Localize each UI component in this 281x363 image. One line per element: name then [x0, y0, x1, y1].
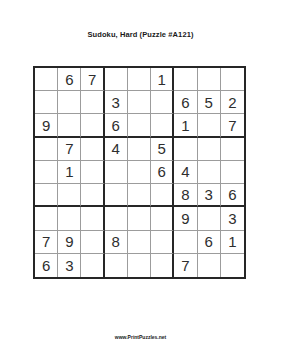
cell-r2c9[interactable]: 2 [221, 91, 244, 114]
page-title: Sudoku, Hard (Puzzle #A121) [0, 30, 281, 39]
cell-r7c4[interactable] [105, 207, 128, 230]
cell-r9c9[interactable] [221, 254, 244, 277]
cell-r1c3[interactable]: 7 [81, 68, 104, 91]
cell-r8c5[interactable] [128, 231, 151, 254]
cell-r4c6[interactable]: 5 [151, 138, 174, 161]
cell-r1c6[interactable]: 1 [151, 68, 174, 91]
cell-r5c7[interactable]: 4 [174, 161, 197, 184]
cell-r4c7[interactable] [174, 138, 197, 161]
cell-r3c9[interactable]: 7 [221, 114, 244, 137]
cell-r9c8[interactable] [198, 254, 221, 277]
cell-r7c6[interactable] [151, 207, 174, 230]
cell-r1c9[interactable] [221, 68, 244, 91]
cell-r4c2[interactable]: 7 [58, 138, 81, 161]
cell-r6c2[interactable] [58, 184, 81, 207]
cell-r8c1[interactable]: 7 [35, 231, 58, 254]
cell-r8c4[interactable]: 8 [105, 231, 128, 254]
footer-url: www.PrintPuzzles.net [0, 334, 281, 340]
cell-r5c2[interactable]: 1 [58, 161, 81, 184]
cell-r6c9[interactable]: 6 [221, 184, 244, 207]
cell-r3c4[interactable]: 6 [105, 114, 128, 137]
cell-r4c8[interactable] [198, 138, 221, 161]
cell-r6c5[interactable] [128, 184, 151, 207]
cell-r5c8[interactable] [198, 161, 221, 184]
cell-r8c2[interactable]: 9 [58, 231, 81, 254]
cell-r8c8[interactable]: 6 [198, 231, 221, 254]
cell-r3c3[interactable] [81, 114, 104, 137]
cell-r7c2[interactable] [58, 207, 81, 230]
cell-r6c1[interactable] [35, 184, 58, 207]
cell-r9c7[interactable]: 7 [174, 254, 197, 277]
cell-r2c1[interactable] [35, 91, 58, 114]
cell-r5c3[interactable] [81, 161, 104, 184]
cell-r7c5[interactable] [128, 207, 151, 230]
cell-r2c2[interactable] [58, 91, 81, 114]
cell-r1c1[interactable] [35, 68, 58, 91]
cell-r1c7[interactable] [174, 68, 197, 91]
cell-r5c1[interactable] [35, 161, 58, 184]
cell-r3c5[interactable] [128, 114, 151, 137]
cell-r2c6[interactable] [151, 91, 174, 114]
cell-r6c3[interactable] [81, 184, 104, 207]
cell-r3c1[interactable]: 9 [35, 114, 58, 137]
cell-r6c6[interactable] [151, 184, 174, 207]
cell-r3c8[interactable] [198, 114, 221, 137]
sudoku-board: 671365296177451648369379861637 [33, 66, 246, 279]
cell-r4c1[interactable] [35, 138, 58, 161]
cell-r1c8[interactable] [198, 68, 221, 91]
cell-r5c6[interactable]: 6 [151, 161, 174, 184]
cell-r2c5[interactable] [128, 91, 151, 114]
cell-r3c2[interactable] [58, 114, 81, 137]
cell-r7c7[interactable]: 9 [174, 207, 197, 230]
cell-r7c1[interactable] [35, 207, 58, 230]
cell-r9c2[interactable]: 3 [58, 254, 81, 277]
cell-r3c7[interactable]: 1 [174, 114, 197, 137]
cell-r2c7[interactable]: 6 [174, 91, 197, 114]
cell-r7c9[interactable]: 3 [221, 207, 244, 230]
cell-r5c4[interactable] [105, 161, 128, 184]
cell-r4c9[interactable] [221, 138, 244, 161]
cell-r3c6[interactable] [151, 114, 174, 137]
cell-r5c9[interactable] [221, 161, 244, 184]
cell-r2c8[interactable]: 5 [198, 91, 221, 114]
cell-r6c4[interactable] [105, 184, 128, 207]
cell-r2c3[interactable] [81, 91, 104, 114]
cell-r9c3[interactable] [81, 254, 104, 277]
cell-r8c7[interactable] [174, 231, 197, 254]
cell-r2c4[interactable]: 3 [105, 91, 128, 114]
cell-r9c4[interactable] [105, 254, 128, 277]
cell-r8c3[interactable] [81, 231, 104, 254]
cell-r6c8[interactable]: 3 [198, 184, 221, 207]
cell-r1c2[interactable]: 6 [58, 68, 81, 91]
cell-r4c3[interactable] [81, 138, 104, 161]
cell-r4c4[interactable]: 4 [105, 138, 128, 161]
cell-r1c4[interactable] [105, 68, 128, 91]
cell-r4c5[interactable] [128, 138, 151, 161]
cell-r5c5[interactable] [128, 161, 151, 184]
cell-r7c3[interactable] [81, 207, 104, 230]
cell-r8c6[interactable] [151, 231, 174, 254]
cell-r6c7[interactable]: 8 [174, 184, 197, 207]
cell-r7c8[interactable] [198, 207, 221, 230]
cell-r9c1[interactable]: 6 [35, 254, 58, 277]
cell-r8c9[interactable]: 1 [221, 231, 244, 254]
cell-r1c5[interactable] [128, 68, 151, 91]
cell-r9c5[interactable] [128, 254, 151, 277]
cell-r9c6[interactable] [151, 254, 174, 277]
